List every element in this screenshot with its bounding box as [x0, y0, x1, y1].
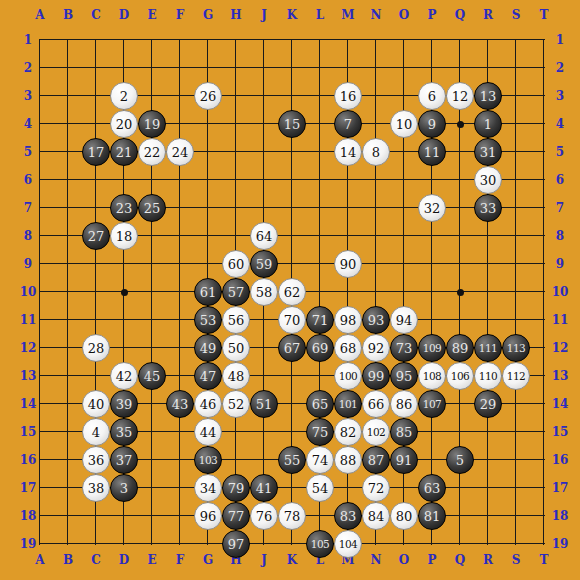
stone-41-black-J17[interactable]: 41 [250, 474, 278, 502]
stone-38-white-C17[interactable]: 38 [82, 474, 110, 502]
move-number: 46 [200, 398, 217, 411]
move-number: 45 [144, 370, 161, 383]
stone-81-black-P18[interactable]: 81 [418, 502, 446, 530]
move-number: 39 [116, 398, 133, 411]
move-number: 93 [368, 314, 385, 327]
move-number: 101 [339, 399, 358, 410]
move-number: 38 [88, 482, 105, 495]
stone-66-white-N14[interactable]: 66 [362, 390, 390, 418]
stone-47-black-G13[interactable]: 47 [194, 362, 222, 390]
stone-110-white-R13[interactable]: 110 [474, 362, 502, 390]
move-number: 69 [312, 342, 329, 355]
stone-5-black-Q16[interactable]: 5 [446, 446, 474, 474]
stone-98-white-M11[interactable]: 98 [334, 306, 362, 334]
col-label-H: H [222, 4, 250, 26]
grid-hline [39, 67, 545, 68]
stone-22-white-E5[interactable]: 22 [138, 138, 166, 166]
stone-46-white-G14[interactable]: 46 [194, 390, 222, 418]
stone-101-black-M14[interactable]: 101 [334, 390, 362, 418]
stone-109-black-P12[interactable]: 109 [418, 334, 446, 362]
move-number: 15 [284, 118, 301, 131]
move-number: 29 [480, 398, 497, 411]
move-number: 32 [424, 202, 441, 215]
stone-33-black-R7[interactable]: 33 [474, 194, 502, 222]
move-number: 88 [340, 454, 357, 467]
move-number: 67 [284, 342, 301, 355]
stone-4-white-C15[interactable]: 4 [82, 418, 110, 446]
stone-99-black-N13[interactable]: 99 [362, 362, 390, 390]
move-number: 19 [144, 118, 161, 131]
move-number: 24 [172, 146, 189, 159]
move-number: 48 [228, 370, 245, 383]
move-number: 75 [312, 426, 329, 439]
move-number: 57 [228, 286, 245, 299]
move-number: 35 [116, 426, 133, 439]
move-number: 66 [368, 398, 385, 411]
move-number: 25 [144, 202, 161, 215]
stone-113-black-S12[interactable]: 113 [502, 334, 530, 362]
stone-84-white-N18[interactable]: 84 [362, 502, 390, 530]
stone-50-white-H12[interactable]: 50 [222, 334, 250, 362]
stone-70-white-K11[interactable]: 70 [278, 306, 306, 334]
stone-52-white-H14[interactable]: 52 [222, 390, 250, 418]
stone-94-white-O11[interactable]: 94 [390, 306, 418, 334]
stone-8-white-N5[interactable]: 8 [362, 138, 390, 166]
move-number: 85 [396, 426, 413, 439]
move-number: 20 [116, 118, 133, 131]
move-number: 28 [88, 342, 105, 355]
stone-39-black-D14[interactable]: 39 [110, 390, 138, 418]
col-label-G: G [194, 4, 222, 26]
stone-88-white-M16[interactable]: 88 [334, 446, 362, 474]
stone-10-white-O4[interactable]: 10 [390, 110, 418, 138]
col-label-O: O [390, 4, 418, 26]
stone-60-white-H9[interactable]: 60 [222, 250, 250, 278]
stone-17-black-C5[interactable]: 17 [82, 138, 110, 166]
move-number: 23 [116, 202, 133, 215]
stone-103-black-G16[interactable]: 103 [194, 446, 222, 474]
stone-15-black-K4[interactable]: 15 [278, 110, 306, 138]
move-number: 63 [424, 482, 441, 495]
move-number: 59 [256, 258, 273, 271]
stone-78-white-K18[interactable]: 78 [278, 502, 306, 530]
move-number: 110 [479, 371, 498, 382]
move-number: 106 [451, 371, 470, 382]
move-number: 61 [200, 286, 217, 299]
move-number: 102 [367, 427, 386, 438]
stone-102-white-N15[interactable]: 102 [362, 418, 390, 446]
move-number: 9 [428, 118, 436, 131]
grid-hline [39, 543, 545, 544]
move-number: 100 [339, 371, 358, 382]
move-number: 111 [479, 343, 498, 354]
grid-vline [39, 39, 40, 545]
move-number: 91 [396, 454, 413, 467]
move-number: 1 [484, 118, 492, 131]
move-number: 14 [340, 146, 357, 159]
col-label-F: F [166, 4, 194, 26]
stone-69-black-L12[interactable]: 69 [306, 334, 334, 362]
column-labels-top: ABCDEFGHJKLMNOPQRST [26, 4, 558, 26]
move-number: 42 [116, 370, 133, 383]
col-label-K: K [278, 4, 306, 26]
stone-74-white-L16[interactable]: 74 [306, 446, 334, 474]
col-label-J: J [250, 4, 278, 26]
stone-30-white-R6[interactable]: 30 [474, 166, 502, 194]
move-number: 99 [368, 370, 385, 383]
stone-20-white-D4[interactable]: 20 [110, 110, 138, 138]
stone-31-black-R5[interactable]: 31 [474, 138, 502, 166]
move-number: 50 [228, 342, 245, 355]
move-number: 92 [368, 342, 385, 355]
move-number: 95 [396, 370, 413, 383]
stone-44-white-G15[interactable]: 44 [194, 418, 222, 446]
move-number: 52 [228, 398, 245, 411]
stone-89-black-Q12[interactable]: 89 [446, 334, 474, 362]
move-number: 8 [372, 146, 380, 159]
stone-37-black-D16[interactable]: 37 [110, 446, 138, 474]
move-number: 53 [200, 314, 217, 327]
move-number: 86 [396, 398, 413, 411]
move-number: 51 [256, 398, 273, 411]
stone-83-black-M18[interactable]: 83 [334, 502, 362, 530]
stone-86-white-O14[interactable]: 86 [390, 390, 418, 418]
col-label-E: E [138, 4, 166, 26]
move-number: 62 [284, 286, 301, 299]
stone-24-white-F5[interactable]: 24 [166, 138, 194, 166]
move-number: 80 [396, 510, 413, 523]
stone-111-black-R12[interactable]: 111 [474, 334, 502, 362]
col-label-R: R [474, 4, 502, 26]
col-label-N: N [362, 4, 390, 26]
stone-58-white-J10[interactable]: 58 [250, 278, 278, 306]
stone-68-white-M12[interactable]: 68 [334, 334, 362, 362]
move-number: 74 [312, 454, 329, 467]
stone-28-white-C12[interactable]: 28 [82, 334, 110, 362]
stone-56-white-H11[interactable]: 56 [222, 306, 250, 334]
stone-62-white-K10[interactable]: 62 [278, 278, 306, 306]
stone-43-black-F14[interactable]: 43 [166, 390, 194, 418]
move-number: 94 [396, 314, 413, 327]
col-label-Q: Q [446, 4, 474, 26]
stone-77-black-H18[interactable]: 77 [222, 502, 250, 530]
stone-80-white-O18[interactable]: 80 [390, 502, 418, 530]
move-number: 7 [344, 118, 352, 131]
move-number: 76 [256, 510, 273, 523]
stone-40-white-C14[interactable]: 40 [82, 390, 110, 418]
move-number: 97 [228, 538, 245, 551]
move-number: 109 [423, 343, 442, 354]
stone-34-white-G17[interactable]: 34 [194, 474, 222, 502]
stone-49-black-G12[interactable]: 49 [194, 334, 222, 362]
stone-1-black-R4[interactable]: 1 [474, 110, 502, 138]
star-point [457, 289, 464, 296]
go-board-frame: ABCDEFGHJKLMNOPQRST ABCDEFGHJKLMNOPQRST … [0, 0, 580, 580]
stone-45-black-E13[interactable]: 45 [138, 362, 166, 390]
move-number: 36 [88, 454, 105, 467]
stone-95-black-O13[interactable]: 95 [390, 362, 418, 390]
move-number: 34 [200, 482, 217, 495]
stone-35-black-D15[interactable]: 35 [110, 418, 138, 446]
move-number: 26 [200, 90, 217, 103]
move-number: 54 [312, 482, 329, 495]
stone-11-black-P5[interactable]: 11 [418, 138, 446, 166]
move-number: 40 [88, 398, 105, 411]
stone-97-black-H19[interactable]: 97 [222, 530, 250, 558]
stone-25-black-E7[interactable]: 25 [138, 194, 166, 222]
move-number: 81 [424, 510, 441, 523]
stone-9-black-P4[interactable]: 9 [418, 110, 446, 138]
move-number: 10 [396, 118, 413, 131]
stone-2-white-D3[interactable]: 2 [110, 82, 138, 110]
stone-87-black-N16[interactable]: 87 [362, 446, 390, 474]
move-number: 4 [92, 426, 100, 439]
stone-32-white-P7[interactable]: 32 [418, 194, 446, 222]
move-number: 43 [172, 398, 189, 411]
move-number: 90 [340, 258, 357, 271]
stone-100-white-M13[interactable]: 100 [334, 362, 362, 390]
move-number: 73 [396, 342, 413, 355]
move-number: 11 [424, 146, 441, 159]
stone-96-white-G18[interactable]: 96 [194, 502, 222, 530]
stone-67-black-K12[interactable]: 67 [278, 334, 306, 362]
move-number: 78 [284, 510, 301, 523]
move-number: 112 [507, 371, 526, 382]
stone-6-white-P3[interactable]: 6 [418, 82, 446, 110]
stone-108-white-P13[interactable]: 108 [418, 362, 446, 390]
move-number: 31 [480, 146, 497, 159]
stone-112-white-S13[interactable]: 112 [502, 362, 530, 390]
stone-16-white-M3[interactable]: 16 [334, 82, 362, 110]
stone-23-black-D7[interactable]: 23 [110, 194, 138, 222]
move-number: 17 [88, 146, 105, 159]
stone-29-black-R14[interactable]: 29 [474, 390, 502, 418]
stone-72-white-N17[interactable]: 72 [362, 474, 390, 502]
stone-64-white-J8[interactable]: 64 [250, 222, 278, 250]
stone-90-white-M9[interactable]: 90 [334, 250, 362, 278]
move-number: 65 [312, 398, 329, 411]
move-number: 47 [200, 370, 217, 383]
stone-76-white-J18[interactable]: 76 [250, 502, 278, 530]
move-number: 104 [339, 539, 358, 550]
move-number: 84 [368, 510, 385, 523]
move-number: 107 [423, 399, 442, 410]
move-number: 103 [199, 455, 218, 466]
stone-12-white-Q3[interactable]: 12 [446, 82, 474, 110]
stone-54-white-L17[interactable]: 54 [306, 474, 334, 502]
move-number: 77 [228, 510, 245, 523]
move-number: 96 [200, 510, 217, 523]
move-number: 22 [144, 146, 161, 159]
col-label-S: S [502, 4, 530, 26]
move-number: 82 [340, 426, 357, 439]
stone-18-white-D8[interactable]: 18 [110, 222, 138, 250]
move-number: 98 [340, 314, 357, 327]
grid-hline [39, 39, 545, 40]
grid-hline [39, 179, 545, 180]
move-number: 49 [200, 342, 217, 355]
move-number: 83 [340, 510, 357, 523]
grid-vline [515, 39, 516, 545]
stone-105-black-L19[interactable]: 105 [306, 530, 334, 558]
go-board[interactable]: 1234567891011121314151617181920212223242… [26, 26, 558, 558]
grid-vline [67, 39, 68, 545]
stone-7-black-M4[interactable]: 7 [334, 110, 362, 138]
col-label-P: P [418, 4, 446, 26]
col-label-M: M [334, 4, 362, 26]
move-number: 37 [116, 454, 133, 467]
move-number: 71 [312, 314, 329, 327]
move-number: 5 [456, 454, 464, 467]
stone-79-black-H17[interactable]: 79 [222, 474, 250, 502]
move-number: 16 [340, 90, 357, 103]
move-number: 89 [452, 342, 469, 355]
move-number: 79 [228, 482, 245, 495]
col-label-C: C [82, 4, 110, 26]
stone-51-black-J14[interactable]: 51 [250, 390, 278, 418]
stone-36-white-C16[interactable]: 36 [82, 446, 110, 474]
move-number: 105 [311, 539, 330, 550]
move-number: 6 [428, 90, 436, 103]
move-number: 56 [228, 314, 245, 327]
stone-71-black-L11[interactable]: 71 [306, 306, 334, 334]
col-label-T: T [530, 4, 558, 26]
move-number: 12 [452, 90, 469, 103]
stone-19-black-E4[interactable]: 19 [138, 110, 166, 138]
grid-vline [543, 39, 544, 545]
stone-55-black-K16[interactable]: 55 [278, 446, 306, 474]
move-number: 27 [88, 230, 105, 243]
stone-92-white-N12[interactable]: 92 [362, 334, 390, 362]
stone-53-black-G11[interactable]: 53 [194, 306, 222, 334]
col-label-A: A [26, 4, 54, 26]
col-label-D: D [110, 4, 138, 26]
star-point [121, 289, 128, 296]
move-number: 58 [256, 286, 273, 299]
move-number: 30 [480, 174, 497, 187]
stone-21-black-D5[interactable]: 21 [110, 138, 138, 166]
stone-106-white-Q13[interactable]: 106 [446, 362, 474, 390]
stone-65-black-L14[interactable]: 65 [306, 390, 334, 418]
stone-27-black-C8[interactable]: 27 [82, 222, 110, 250]
move-number: 64 [256, 230, 273, 243]
grid-vline [179, 39, 180, 545]
move-number: 13 [480, 90, 497, 103]
stone-61-black-G10[interactable]: 61 [194, 278, 222, 306]
stone-93-black-N11[interactable]: 93 [362, 306, 390, 334]
stone-91-black-O16[interactable]: 91 [390, 446, 418, 474]
move-number: 3 [120, 482, 128, 495]
stone-26-white-G3[interactable]: 26 [194, 82, 222, 110]
move-number: 44 [200, 426, 217, 439]
stone-63-black-P17[interactable]: 63 [418, 474, 446, 502]
move-number: 68 [340, 342, 357, 355]
move-number: 41 [256, 482, 273, 495]
stone-48-white-H13[interactable]: 48 [222, 362, 250, 390]
stone-3-black-D17[interactable]: 3 [110, 474, 138, 502]
move-number: 72 [368, 482, 385, 495]
grid-hline [39, 263, 545, 264]
col-label-B: B [54, 4, 82, 26]
move-number: 113 [507, 343, 526, 354]
move-number: 33 [480, 202, 497, 215]
move-number: 21 [116, 146, 133, 159]
move-number: 2 [120, 90, 128, 103]
stone-75-black-L15[interactable]: 75 [306, 418, 334, 446]
stone-13-black-R3[interactable]: 13 [474, 82, 502, 110]
move-number: 55 [284, 454, 301, 467]
stone-73-black-O12[interactable]: 73 [390, 334, 418, 362]
stone-107-black-P14[interactable]: 107 [418, 390, 446, 418]
stone-57-black-H10[interactable]: 57 [222, 278, 250, 306]
move-number: 18 [116, 230, 133, 243]
move-number: 87 [368, 454, 385, 467]
col-label-L: L [306, 4, 334, 26]
stone-59-black-J9[interactable]: 59 [250, 250, 278, 278]
stone-82-white-M15[interactable]: 82 [334, 418, 362, 446]
move-number: 70 [284, 314, 301, 327]
stone-14-white-M5[interactable]: 14 [334, 138, 362, 166]
stone-104-white-M19[interactable]: 104 [334, 530, 362, 558]
stone-42-white-D13[interactable]: 42 [110, 362, 138, 390]
move-number: 60 [228, 258, 245, 271]
move-number: 108 [423, 371, 442, 382]
stone-85-black-O15[interactable]: 85 [390, 418, 418, 446]
star-point [457, 121, 464, 128]
